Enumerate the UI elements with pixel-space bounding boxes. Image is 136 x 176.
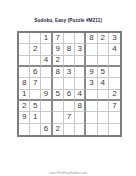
sudoku-cell-r2c9-given: 4	[109, 44, 120, 55]
puzzle-title-text: Sudoku, Easy (Puzzle #M211)	[34, 18, 102, 23]
sudoku-cell-r2c8-empty[interactable]	[98, 44, 109, 55]
sudoku-cell-r4c9-empty[interactable]	[109, 67, 120, 78]
sudoku-cell-r7c2-given: 5	[30, 101, 41, 112]
sudoku-cell-r4c7-given: 9	[86, 67, 97, 78]
sudoku-cell-r7c5-empty[interactable]	[64, 101, 75, 112]
sudoku-cell-r3c4-given: 2	[53, 56, 64, 67]
sudoku-cell-r8c9-empty[interactable]	[109, 112, 120, 123]
sudoku-cell-r3c5-empty[interactable]	[64, 56, 75, 67]
sudoku-cell-r2c5-given: 8	[64, 44, 75, 55]
sudoku-cell-r4c2-given: 6	[30, 67, 41, 78]
sudoku-cell-r7c6-given: 8	[75, 101, 86, 112]
sudoku-cell-r2c7-empty[interactable]	[86, 44, 97, 55]
sudoku-cell-r6c9-given: 2	[109, 90, 120, 101]
sudoku-cell-r5c1-given: 8	[19, 78, 30, 89]
sudoku-cell-r3c1-empty[interactable]	[19, 56, 30, 67]
sudoku-cell-r7c9-given: 7	[109, 101, 120, 112]
sudoku-cell-r4c8-given: 5	[98, 67, 109, 78]
sudoku-cell-r5c7-given: 3	[86, 78, 97, 89]
sudoku-cell-r6c2-empty[interactable]	[30, 90, 41, 101]
sudoku-cell-r1c9-given: 3	[109, 33, 120, 44]
sudoku-cell-r7c7-empty[interactable]	[86, 101, 97, 112]
sudoku-cell-r2c2-given: 2	[30, 44, 41, 55]
sudoku-cell-r5c4-empty[interactable]	[53, 78, 64, 89]
sudoku-cell-r7c8-empty[interactable]	[98, 101, 109, 112]
sudoku-cell-r9c1-empty[interactable]	[19, 124, 30, 135]
sudoku-cell-r8c7-empty[interactable]	[86, 112, 97, 123]
sudoku-cell-r8c3-empty[interactable]	[41, 112, 52, 123]
sudoku-cell-r3c9-empty[interactable]	[109, 56, 120, 67]
sudoku-cell-r7c4-empty[interactable]	[53, 101, 64, 112]
sudoku-cell-r3c2-empty[interactable]	[30, 56, 41, 67]
footer: www.PrintFreeSudoku.com	[0, 163, 136, 176]
sudoku-cell-r4c6-empty[interactable]	[75, 67, 86, 78]
sudoku-cell-r3c3-given: 4	[41, 56, 52, 67]
footer-url: www.PrintFreeSudoku.com	[49, 171, 87, 174]
sudoku-cell-r8c2-given: 1	[30, 112, 41, 123]
sudoku-cell-r5c3-empty[interactable]	[41, 78, 52, 89]
sudoku-cell-r1c3-given: 1	[41, 33, 52, 44]
sudoku-cell-r5c8-given: 4	[98, 78, 109, 89]
sudoku-cell-r8c1-given: 9	[19, 112, 30, 123]
sudoku-cell-r1c5-empty[interactable]	[64, 33, 75, 44]
sudoku-cell-r1c6-empty[interactable]	[75, 33, 86, 44]
sudoku-cell-r9c6-empty[interactable]	[75, 124, 86, 135]
sudoku-cell-r1c7-given: 8	[86, 33, 97, 44]
sudoku-cell-r4c3-empty[interactable]	[41, 67, 52, 78]
sudoku-cell-r5c2-given: 7	[30, 78, 41, 89]
sudoku-cell-r1c8-given: 2	[98, 33, 109, 44]
sudoku-cell-r5c9-empty[interactable]	[109, 78, 120, 89]
sudoku-cell-r5c5-empty[interactable]	[64, 78, 75, 89]
sudoku-cell-r3c7-empty[interactable]	[86, 56, 97, 67]
sudoku-cell-r2c4-given: 9	[53, 44, 64, 55]
sudoku-cell-r6c6-given: 4	[75, 90, 86, 101]
sudoku-cell-r1c2-empty[interactable]	[30, 33, 41, 44]
sudoku-cell-r7c1-given: 2	[19, 101, 30, 112]
sudoku-board: 178232983442683958734195642258791762	[17, 31, 122, 137]
sudoku-cell-r2c3-empty[interactable]	[41, 44, 52, 55]
sudoku-cell-r9c9-given	[109, 124, 120, 135]
sudoku-cell-r6c5-given: 6	[64, 90, 75, 101]
sudoku-cell-r6c1-given: 1	[19, 90, 30, 101]
sudoku-cell-r9c5-empty[interactable]	[64, 124, 75, 135]
sudoku-cell-r1c4-given: 7	[53, 33, 64, 44]
sudoku-cell-r9c4-given: 2	[53, 124, 64, 135]
sudoku-cell-r4c4-given: 8	[53, 67, 64, 78]
sudoku-cell-r9c3-given: 6	[41, 124, 52, 135]
sudoku-cell-r6c3-given: 9	[41, 90, 52, 101]
sudoku-cell-r6c4-given: 5	[53, 90, 64, 101]
sudoku-cell-r2c1-empty[interactable]	[19, 44, 30, 55]
puzzle-title: Sudoku, Easy (Puzzle #M211)	[0, 12, 136, 30]
sudoku-cell-r3c6-empty[interactable]	[75, 56, 86, 67]
sudoku-cell-r8c6-empty[interactable]	[75, 112, 86, 123]
sudoku-cell-r3c8-empty[interactable]	[98, 56, 109, 67]
sudoku-cell-r7c3-empty[interactable]	[41, 101, 52, 112]
sudoku-cell-r2c6-given: 3	[75, 44, 86, 55]
sudoku-cell-r4c5-given: 3	[64, 67, 75, 78]
sudoku-cell-r8c8-empty[interactable]	[98, 112, 109, 123]
sudoku-cell-r4c1-empty[interactable]	[19, 67, 30, 78]
sudoku-cell-r1c1-empty[interactable]	[19, 33, 30, 44]
sudoku-cell-r9c2-empty[interactable]	[30, 124, 41, 135]
sudoku-cell-r8c5-given: 7	[64, 112, 75, 123]
sudoku-cell-r6c8-empty[interactable]	[98, 90, 109, 101]
sudoku-cell-r5c6-empty[interactable]	[75, 78, 86, 89]
sudoku-cell-r9c7-empty[interactable]	[86, 124, 97, 135]
sudoku-cell-r9c8-empty[interactable]	[98, 124, 109, 135]
sudoku-cell-r6c7-empty[interactable]	[86, 90, 97, 101]
sudoku-cell-r8c4-empty[interactable]	[53, 112, 64, 123]
